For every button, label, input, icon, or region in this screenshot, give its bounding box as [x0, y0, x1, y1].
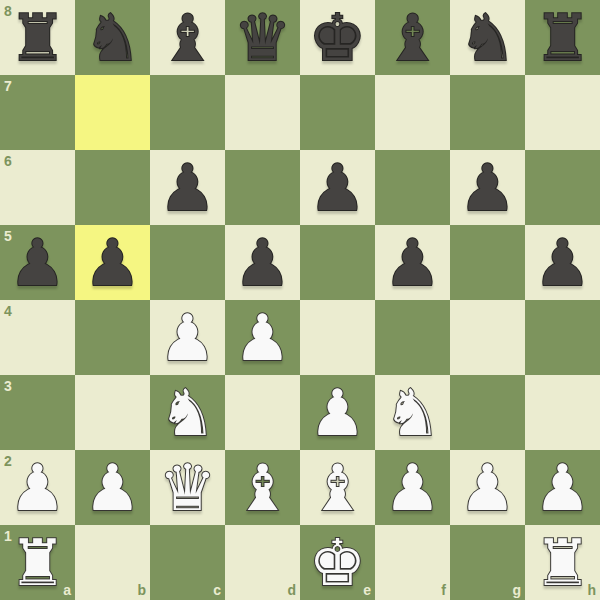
square-b6[interactable] [75, 150, 150, 225]
square-h2[interactable]: ♟ [525, 450, 600, 525]
piece-black-queen[interactable]: ♛ [225, 0, 300, 75]
square-d5[interactable]: ♟ [225, 225, 300, 300]
square-b2[interactable]: ♟ [75, 450, 150, 525]
square-d4[interactable]: ♟ [225, 300, 300, 375]
square-e2[interactable]: ♝ [300, 450, 375, 525]
square-a8[interactable]: 8♜ [0, 0, 75, 75]
square-a2[interactable]: 2♟ [0, 450, 75, 525]
square-a4[interactable]: 4 [0, 300, 75, 375]
square-e7[interactable] [300, 75, 375, 150]
piece-white-rook[interactable]: ♜ [0, 525, 75, 600]
square-d6[interactable] [225, 150, 300, 225]
piece-white-knight[interactable]: ♞ [150, 375, 225, 450]
piece-white-pawn[interactable]: ♟ [0, 450, 75, 525]
piece-black-pawn[interactable]: ♟ [75, 225, 150, 300]
piece-white-rook[interactable]: ♜ [525, 525, 600, 600]
piece-black-bishop[interactable]: ♝ [150, 0, 225, 75]
piece-white-king[interactable]: ♚ [300, 525, 375, 600]
square-h1[interactable]: h♜ [525, 525, 600, 600]
piece-white-bishop[interactable]: ♝ [225, 450, 300, 525]
rank-label-4: 4 [4, 303, 12, 319]
rank-label-3: 3 [4, 378, 12, 394]
square-g4[interactable] [450, 300, 525, 375]
piece-white-pawn[interactable]: ♟ [150, 300, 225, 375]
square-a3[interactable]: 3 [0, 375, 75, 450]
piece-black-pawn[interactable]: ♟ [300, 150, 375, 225]
square-g6[interactable]: ♟ [450, 150, 525, 225]
piece-black-king[interactable]: ♚ [300, 0, 375, 75]
file-label-c: c [213, 582, 221, 598]
piece-white-pawn[interactable]: ♟ [375, 450, 450, 525]
square-c4[interactable]: ♟ [150, 300, 225, 375]
square-d8[interactable]: ♛ [225, 0, 300, 75]
square-e1[interactable]: e♚ [300, 525, 375, 600]
piece-white-bishop[interactable]: ♝ [300, 450, 375, 525]
square-d7[interactable] [225, 75, 300, 150]
square-c5[interactable] [150, 225, 225, 300]
piece-black-pawn[interactable]: ♟ [525, 225, 600, 300]
file-label-g: g [512, 582, 521, 598]
square-e3[interactable]: ♟ [300, 375, 375, 450]
square-a6[interactable]: 6 [0, 150, 75, 225]
piece-black-bishop[interactable]: ♝ [375, 0, 450, 75]
piece-white-queen[interactable]: ♛ [150, 450, 225, 525]
file-label-d: d [287, 582, 296, 598]
chess-board: 8♜♞♝♛♚♝♞♜76♟♟♟5♟♟♟♟♟4♟♟3♞♟♞2♟♟♛♝♝♟♟♟1a♜b… [0, 0, 600, 600]
square-c7[interactable] [150, 75, 225, 150]
piece-black-pawn[interactable]: ♟ [0, 225, 75, 300]
square-h8[interactable]: ♜ [525, 0, 600, 75]
square-d1[interactable]: d [225, 525, 300, 600]
square-g5[interactable] [450, 225, 525, 300]
square-b5[interactable]: ♟ [75, 225, 150, 300]
piece-black-pawn[interactable]: ♟ [450, 150, 525, 225]
square-f6[interactable] [375, 150, 450, 225]
square-f2[interactable]: ♟ [375, 450, 450, 525]
square-d2[interactable]: ♝ [225, 450, 300, 525]
square-h5[interactable]: ♟ [525, 225, 600, 300]
piece-white-knight[interactable]: ♞ [375, 375, 450, 450]
square-a1[interactable]: 1a♜ [0, 525, 75, 600]
square-b7[interactable] [75, 75, 150, 150]
file-label-f: f [441, 582, 446, 598]
piece-black-knight[interactable]: ♞ [450, 0, 525, 75]
square-c3[interactable]: ♞ [150, 375, 225, 450]
piece-white-pawn[interactable]: ♟ [225, 300, 300, 375]
square-c8[interactable]: ♝ [150, 0, 225, 75]
square-f4[interactable] [375, 300, 450, 375]
square-h6[interactable] [525, 150, 600, 225]
rank-label-7: 7 [4, 78, 12, 94]
square-h3[interactable] [525, 375, 600, 450]
square-c6[interactable]: ♟ [150, 150, 225, 225]
square-f8[interactable]: ♝ [375, 0, 450, 75]
piece-white-pawn[interactable]: ♟ [300, 375, 375, 450]
piece-white-pawn[interactable]: ♟ [450, 450, 525, 525]
square-f5[interactable]: ♟ [375, 225, 450, 300]
square-f1[interactable]: f [375, 525, 450, 600]
piece-black-knight[interactable]: ♞ [75, 0, 150, 75]
piece-black-pawn[interactable]: ♟ [375, 225, 450, 300]
rank-label-6: 6 [4, 153, 12, 169]
square-b1[interactable]: b [75, 525, 150, 600]
square-g3[interactable] [450, 375, 525, 450]
square-g2[interactable]: ♟ [450, 450, 525, 525]
square-g8[interactable]: ♞ [450, 0, 525, 75]
piece-black-rook[interactable]: ♜ [525, 0, 600, 75]
square-h4[interactable] [525, 300, 600, 375]
square-e8[interactable]: ♚ [300, 0, 375, 75]
square-g1[interactable]: g [450, 525, 525, 600]
square-b3[interactable] [75, 375, 150, 450]
square-h7[interactable] [525, 75, 600, 150]
square-e5[interactable] [300, 225, 375, 300]
square-c1[interactable]: c [150, 525, 225, 600]
piece-black-pawn[interactable]: ♟ [225, 225, 300, 300]
piece-white-pawn[interactable]: ♟ [75, 450, 150, 525]
square-f3[interactable]: ♞ [375, 375, 450, 450]
square-d3[interactable] [225, 375, 300, 450]
square-f7[interactable] [375, 75, 450, 150]
square-a5[interactable]: 5♟ [0, 225, 75, 300]
piece-black-pawn[interactable]: ♟ [150, 150, 225, 225]
piece-white-pawn[interactable]: ♟ [525, 450, 600, 525]
square-c2[interactable]: ♛ [150, 450, 225, 525]
square-a7[interactable]: 7 [0, 75, 75, 150]
square-g7[interactable] [450, 75, 525, 150]
piece-black-rook[interactable]: ♜ [0, 0, 75, 75]
square-e6[interactable]: ♟ [300, 150, 375, 225]
square-b8[interactable]: ♞ [75, 0, 150, 75]
square-e4[interactable] [300, 300, 375, 375]
square-b4[interactable] [75, 300, 150, 375]
file-label-b: b [137, 582, 146, 598]
